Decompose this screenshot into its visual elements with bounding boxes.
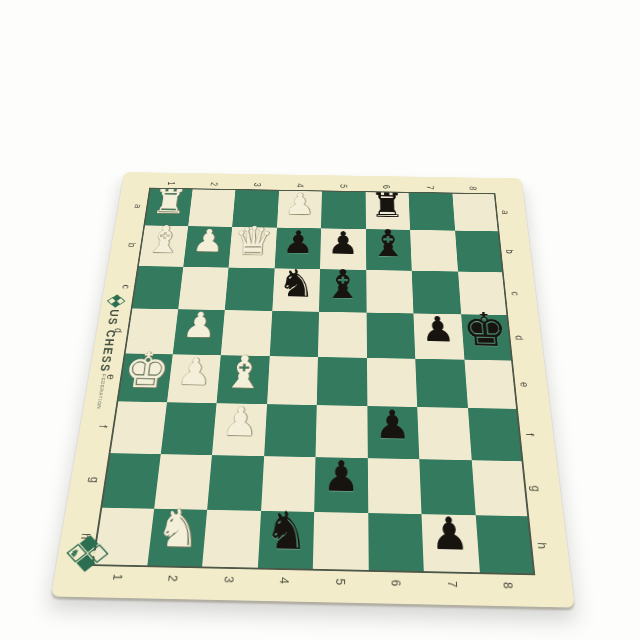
square-a5[interactable] — [321, 190, 366, 229]
black-rook-a6[interactable]: ♜ — [370, 188, 406, 222]
square-b8[interactable] — [455, 231, 504, 272]
square-h3[interactable] — [202, 510, 261, 570]
knight-diamond-logo-corner: ♞ ♞ — [63, 534, 112, 574]
square-e4[interactable] — [267, 356, 318, 405]
white-pawn-b2[interactable]: ♟ — [191, 225, 226, 256]
square-e8[interactable] — [464, 360, 518, 409]
square-h6[interactable] — [368, 513, 424, 573]
square-e5[interactable] — [317, 357, 367, 406]
square-g1[interactable] — [100, 453, 160, 509]
black-knight-c4[interactable]: ♞ — [277, 264, 316, 303]
square-d5[interactable] — [318, 312, 367, 358]
coord-label-bottom-3: 3 — [200, 568, 257, 589]
white-bishop-b1[interactable]: ♝ — [143, 221, 186, 259]
black-pawn-h7[interactable]: ♟ — [429, 511, 470, 557]
coord-label-bottom-5: 5 — [312, 571, 368, 592]
black-king-d8[interactable]: ♚ — [461, 307, 509, 354]
black-pawn-b4[interactable]: ♟ — [282, 227, 315, 258]
square-h5[interactable] — [313, 512, 369, 572]
coord-label-bottom-4: 4 — [256, 569, 313, 590]
square-g5[interactable]: ♟ — [314, 457, 368, 513]
square-a4[interactable]: ♟ — [277, 190, 322, 229]
square-c3[interactable] — [225, 267, 274, 310]
black-pawn-b5[interactable]: ♟ — [327, 227, 359, 258]
square-g6[interactable] — [367, 458, 421, 514]
square-b3[interactable]: ♛ — [229, 227, 277, 268]
square-h7[interactable]: ♟ — [421, 514, 479, 574]
black-pawn-d7[interactable]: ♟ — [420, 312, 455, 347]
border-corner — [494, 183, 512, 193]
square-h2[interactable]: ♞ — [147, 509, 207, 569]
square-a7[interactable] — [409, 192, 455, 231]
square-a8[interactable] — [452, 193, 499, 232]
square-b1[interactable]: ♝ — [137, 226, 187, 267]
square-g3[interactable] — [207, 455, 264, 511]
coord-label-bottom-8: 8 — [480, 574, 538, 595]
federation-text: FEDERATION — [96, 374, 107, 409]
square-e1[interactable]: ♚ — [117, 353, 173, 402]
square-h4[interactable]: ♞ — [257, 511, 314, 571]
square-h8[interactable] — [475, 515, 535, 575]
square-f6[interactable]: ♟ — [367, 406, 419, 459]
white-knight-h2[interactable]: ♞ — [153, 502, 202, 555]
square-e2[interactable]: ♟ — [167, 354, 221, 403]
square-f1[interactable] — [109, 402, 167, 454]
square-g8[interactable] — [471, 460, 529, 516]
square-b6[interactable]: ♝ — [366, 229, 412, 270]
white-pawn-f3[interactable]: ♟ — [221, 402, 259, 442]
square-d4[interactable] — [269, 311, 319, 357]
coord-label-bottom-2: 2 — [144, 567, 202, 588]
black-bishop-b6[interactable]: ♝ — [369, 225, 408, 263]
border-corner — [535, 575, 559, 596]
square-b7[interactable] — [410, 230, 458, 271]
square-f2[interactable] — [160, 402, 216, 454]
coord-label-bottom-6: 6 — [368, 572, 424, 593]
square-f8[interactable] — [468, 408, 524, 461]
square-c7[interactable] — [412, 270, 461, 314]
square-b2[interactable]: ♟ — [183, 226, 232, 267]
white-king-e1[interactable]: ♚ — [121, 346, 173, 395]
knight-diamond-logo-small — [106, 294, 127, 309]
square-c5[interactable]: ♝ — [319, 269, 366, 313]
square-a2[interactable] — [188, 188, 236, 227]
white-pawn-e2[interactable]: ♟ — [176, 353, 214, 390]
square-d7[interactable]: ♟ — [413, 313, 464, 359]
border-corner — [134, 178, 151, 188]
square-f7[interactable] — [417, 407, 471, 460]
square-f4[interactable] — [264, 404, 317, 456]
square-f5[interactable] — [316, 405, 368, 457]
square-e6[interactable] — [367, 358, 418, 407]
square-f3[interactable]: ♟ — [212, 403, 267, 455]
square-d2[interactable]: ♟ — [172, 309, 224, 355]
square-e7[interactable] — [415, 359, 467, 408]
square-c1[interactable] — [131, 266, 183, 309]
square-c4[interactable]: ♞ — [272, 268, 320, 312]
board-grid: 12345678a♜♟♜ab♝♟♛♟♟♝bc♞♝cd♟♟♚de♚♟♝ef♟♟fg… — [69, 178, 560, 596]
black-pawn-g5[interactable]: ♟ — [323, 455, 360, 498]
square-c6[interactable] — [366, 270, 414, 314]
white-bishop-e3[interactable]: ♝ — [221, 350, 265, 395]
chess-board: 12345678a♜♟♜ab♝♟♛♟♟♝bc♞♝cd♟♟♚de♚♟♝ef♟♟fg… — [51, 172, 575, 608]
white-rook-a1[interactable]: ♜ — [150, 185, 189, 219]
white-pawn-a4[interactable]: ♟ — [284, 189, 316, 219]
white-queen-b3[interactable]: ♛ — [232, 221, 275, 261]
black-knight-h4[interactable]: ♞ — [263, 504, 309, 557]
coord-label-bottom-7: 7 — [424, 573, 481, 594]
white-pawn-d2[interactable]: ♟ — [181, 308, 218, 343]
square-d6[interactable] — [366, 312, 415, 358]
black-bishop-c5[interactable]: ♝ — [323, 264, 362, 304]
photo-background: 12345678a♜♟♜ab♝♟♛♟♟♝bc♞♝cd♟♟♚de♚♟♝ef♟♟fg… — [0, 0, 640, 640]
square-e3[interactable]: ♝ — [217, 355, 270, 404]
black-pawn-f6[interactable]: ♟ — [374, 405, 410, 445]
us-chess-text: US CHESS — [97, 309, 122, 372]
square-d8[interactable]: ♚ — [461, 314, 513, 360]
